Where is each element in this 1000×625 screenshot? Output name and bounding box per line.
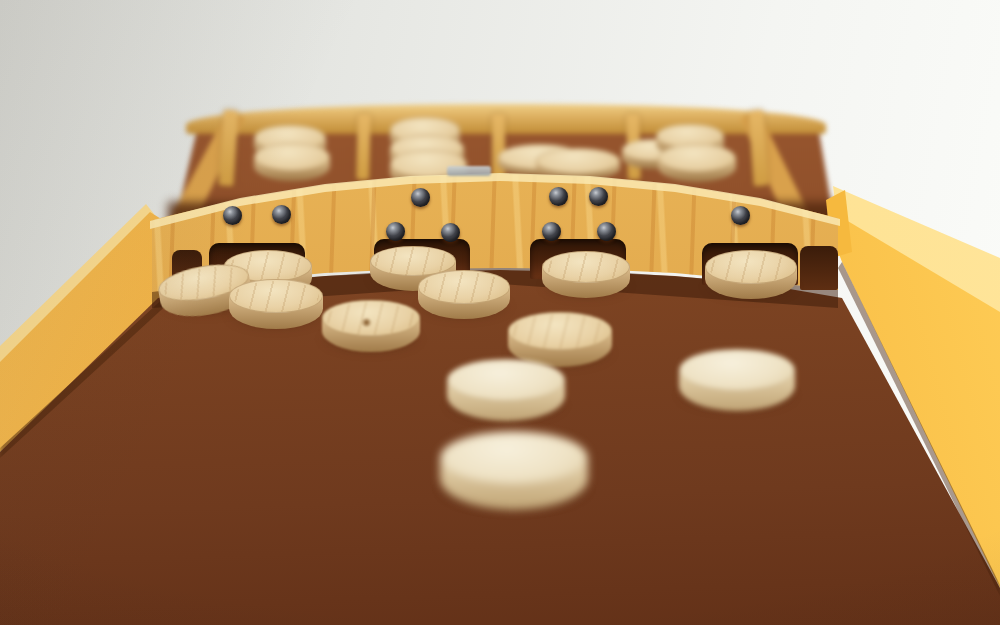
wooden-disc [322,300,420,352]
wooden-disc [447,359,565,422]
wooden-disc-top [447,359,565,401]
wooden-disc [705,250,797,299]
wooden-disc-top [679,349,795,391]
wood-grain [709,252,794,282]
wooden-disc [229,279,323,329]
wooden-disc [440,431,588,509]
wooden-disc [679,349,795,410]
wood-grain [512,314,608,348]
wood-grain [326,302,416,334]
wood-grain [233,281,319,312]
wood-grain [422,272,507,302]
wooden-disc [418,270,510,319]
field-discs [0,0,1000,625]
sjoelbak-photo [0,0,1000,625]
wooden-disc [542,251,630,298]
wooden-disc-top [440,431,588,484]
